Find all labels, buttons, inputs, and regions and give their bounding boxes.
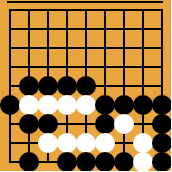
black-stone	[133, 95, 153, 115]
board-cell[interactable]	[39, 1, 58, 20]
board-cell[interactable]	[58, 96, 77, 115]
board-cell[interactable]	[153, 153, 172, 172]
board-cell[interactable]	[153, 20, 172, 39]
board-cell[interactable]	[115, 115, 134, 134]
board-cell[interactable]	[134, 77, 153, 96]
black-stone	[19, 76, 39, 96]
board-cell[interactable]	[153, 96, 172, 115]
board-cell[interactable]	[134, 58, 153, 77]
board-cell[interactable]	[134, 1, 153, 20]
board-intersections	[1, 1, 172, 172]
board-cell[interactable]	[1, 134, 20, 153]
board-cell[interactable]	[20, 77, 39, 96]
board-cell[interactable]	[134, 153, 153, 172]
black-stone	[19, 152, 39, 171]
board-cell[interactable]	[39, 134, 58, 153]
board-cell[interactable]	[20, 39, 39, 58]
board-cell[interactable]	[58, 134, 77, 153]
board-cell[interactable]	[153, 39, 172, 58]
board-cell[interactable]	[134, 115, 153, 134]
board-cell[interactable]	[58, 1, 77, 20]
board-cell[interactable]	[1, 1, 20, 20]
board-cell[interactable]	[20, 58, 39, 77]
board-cell[interactable]	[134, 96, 153, 115]
board-cell[interactable]	[39, 39, 58, 58]
board-cell[interactable]	[1, 96, 20, 115]
board-cell[interactable]	[115, 153, 134, 172]
white-stone	[76, 133, 96, 153]
board-cell[interactable]	[115, 1, 134, 20]
board-cell[interactable]	[20, 96, 39, 115]
board-cell[interactable]	[153, 1, 172, 20]
black-stone	[114, 95, 134, 115]
white-stone	[133, 133, 153, 153]
black-stone	[76, 152, 96, 171]
black-stone	[152, 152, 171, 171]
board-cell[interactable]	[96, 39, 115, 58]
board-cell[interactable]	[115, 134, 134, 153]
black-stone	[76, 76, 96, 96]
board-cell[interactable]	[134, 134, 153, 153]
board-cell[interactable]	[96, 58, 115, 77]
white-stone	[95, 133, 115, 153]
board-cell[interactable]	[134, 20, 153, 39]
white-stone	[19, 95, 39, 115]
black-stone	[19, 114, 39, 134]
board-cell[interactable]	[77, 96, 96, 115]
board-cell[interactable]	[58, 58, 77, 77]
board-cell[interactable]	[153, 115, 172, 134]
board-cell[interactable]	[39, 153, 58, 172]
board-cell[interactable]	[1, 20, 20, 39]
white-stone	[114, 114, 134, 134]
board-cell[interactable]	[1, 153, 20, 172]
board-cell[interactable]	[153, 58, 172, 77]
board-cell[interactable]	[58, 153, 77, 172]
board-cell[interactable]	[96, 20, 115, 39]
black-stone	[152, 133, 171, 153]
board-cell[interactable]	[77, 153, 96, 172]
board-cell[interactable]	[39, 96, 58, 115]
board-cell[interactable]	[58, 77, 77, 96]
board-cell[interactable]	[58, 115, 77, 134]
board-cell[interactable]	[1, 58, 20, 77]
board-cell[interactable]	[115, 77, 134, 96]
board-cell[interactable]	[39, 77, 58, 96]
board-cell[interactable]	[153, 134, 172, 153]
board-cell[interactable]	[96, 153, 115, 172]
board-cell[interactable]	[1, 115, 20, 134]
white-stone	[57, 95, 77, 115]
black-stone	[38, 76, 58, 96]
board-cell[interactable]	[96, 115, 115, 134]
board-cell[interactable]	[39, 115, 58, 134]
board-cell[interactable]	[20, 153, 39, 172]
board-cell[interactable]	[77, 39, 96, 58]
black-stone	[95, 152, 115, 171]
board-cell[interactable]	[96, 134, 115, 153]
board-cell[interactable]	[1, 39, 20, 58]
board-cell[interactable]	[20, 1, 39, 20]
board-cell[interactable]	[77, 115, 96, 134]
board-cell[interactable]	[96, 1, 115, 20]
white-stone	[57, 133, 77, 153]
board-cell[interactable]	[77, 134, 96, 153]
white-stone	[38, 133, 58, 153]
board-cell[interactable]	[115, 20, 134, 39]
black-stone	[95, 114, 115, 134]
black-stone	[0, 95, 20, 115]
board-cell[interactable]	[39, 58, 58, 77]
board-cell[interactable]	[115, 39, 134, 58]
black-stone	[114, 152, 134, 171]
board-cell[interactable]	[96, 96, 115, 115]
black-stone	[152, 114, 171, 134]
board-cell[interactable]	[39, 20, 58, 39]
board-cell[interactable]	[58, 20, 77, 39]
board-cell[interactable]	[58, 39, 77, 58]
board-cell[interactable]	[115, 58, 134, 77]
black-stone	[95, 95, 115, 115]
black-stone	[152, 95, 171, 115]
black-stone	[38, 114, 58, 134]
board-cell[interactable]	[77, 1, 96, 20]
board-cell[interactable]	[77, 20, 96, 39]
black-stone	[57, 152, 77, 171]
white-stone	[76, 95, 96, 115]
board-cell[interactable]	[20, 134, 39, 153]
board-cell[interactable]	[77, 77, 96, 96]
white-stone	[38, 95, 58, 115]
board-cell[interactable]	[20, 20, 39, 39]
go-board	[0, 0, 171, 171]
board-cell[interactable]	[96, 77, 115, 96]
board-cell[interactable]	[115, 96, 134, 115]
white-stone	[133, 152, 153, 171]
black-stone	[57, 76, 77, 96]
board-cell[interactable]	[77, 58, 96, 77]
board-cell[interactable]	[1, 77, 20, 96]
board-cell[interactable]	[153, 77, 172, 96]
board-cell[interactable]	[20, 115, 39, 134]
board-cell[interactable]	[134, 39, 153, 58]
